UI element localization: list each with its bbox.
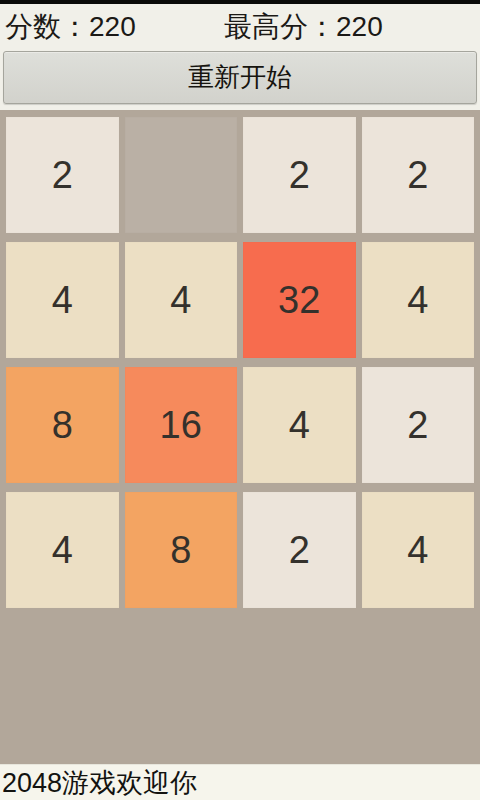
tile-4: 4 [362, 492, 475, 608]
tile-8: 8 [125, 492, 238, 608]
tile-32: 32 [243, 242, 356, 358]
board-grid[interactable]: 22244324816424824 [0, 110, 480, 615]
tile-4: 4 [243, 367, 356, 483]
status-bar: 2048游戏欢迎你 [0, 764, 480, 800]
best-score-label: 最高分： [224, 11, 336, 42]
score-value: 220 [89, 11, 136, 42]
best-score-value: 220 [336, 11, 383, 42]
tile-2: 2 [6, 117, 119, 233]
tile-4: 4 [6, 242, 119, 358]
tile-2: 2 [362, 367, 475, 483]
empty-cell [125, 117, 238, 233]
tile-8: 8 [6, 367, 119, 483]
status-text: 2048游戏欢迎你 [2, 765, 197, 800]
tile-4: 4 [125, 242, 238, 358]
tile-16: 16 [125, 367, 238, 483]
best-score-display: 最高分：220 [224, 4, 383, 50]
scoreboard: 分数：220 最高分：220 [0, 4, 480, 50]
restart-button[interactable]: 重新开始 [3, 51, 477, 104]
board-area[interactable]: 22244324816424824 [0, 110, 480, 764]
score-label: 分数： [5, 11, 89, 42]
tile-4: 4 [362, 242, 475, 358]
app-screen: 分数：220 最高分：220 重新开始 22244324816424824 20… [0, 0, 480, 800]
tile-2: 2 [362, 117, 475, 233]
tile-2: 2 [243, 117, 356, 233]
tile-2: 2 [243, 492, 356, 608]
score-display: 分数：220 [5, 4, 136, 50]
tile-4: 4 [6, 492, 119, 608]
